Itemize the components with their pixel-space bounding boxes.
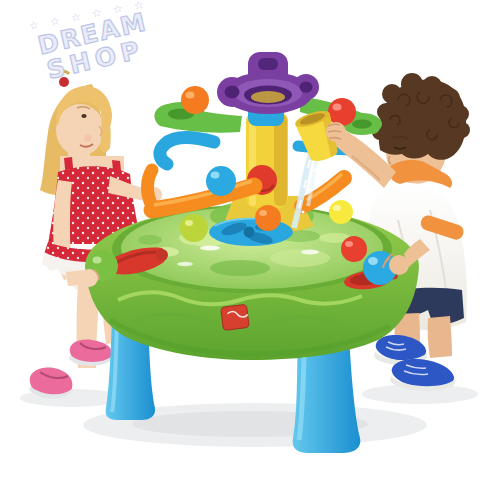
- purple-lobe-left-hole: [225, 86, 240, 99]
- girl-hair-tie: [59, 77, 69, 87]
- girl-shoe-left: [29, 368, 72, 399]
- ball-orange-spinner: [255, 205, 281, 231]
- blue-tube-left: [160, 138, 214, 164]
- ball-orange-track: [181, 86, 209, 114]
- girl-ponytail-sprig: [60, 71, 69, 76]
- brand-badge: [221, 304, 250, 330]
- boy-sneaker-right: [390, 359, 455, 391]
- ball-red-track: [328, 98, 356, 126]
- ball-red-water: [341, 236, 367, 262]
- ball-lime-water: [180, 214, 208, 242]
- product-photo-stage: ☆ ☆ ☆ ☆ ☆ ☆ DREAM SHOP: [0, 0, 480, 480]
- purple-funnel-glow: [251, 91, 285, 103]
- water-spinner: [209, 218, 293, 246]
- floor-shadows: [20, 384, 478, 447]
- boy-hand-on-cup: [326, 122, 346, 142]
- purple-lobe-right-hole: [300, 82, 313, 93]
- product-photo-illustration: [0, 0, 480, 480]
- girl-shoe-right: [69, 340, 112, 366]
- girl-hand-on-scoop: [66, 269, 99, 287]
- ramp-left-elbow: [148, 170, 153, 206]
- track-ring-right-hole: [352, 120, 372, 129]
- purple-tab-slot: [258, 58, 278, 70]
- purple-flower-top: [217, 52, 319, 114]
- tower-column-shade: [274, 114, 287, 206]
- girl-face: [56, 104, 104, 156]
- boy-leg-right: [428, 316, 452, 358]
- ball-yellow-rim: [329, 200, 353, 224]
- ball-blue-ramp: [206, 166, 236, 196]
